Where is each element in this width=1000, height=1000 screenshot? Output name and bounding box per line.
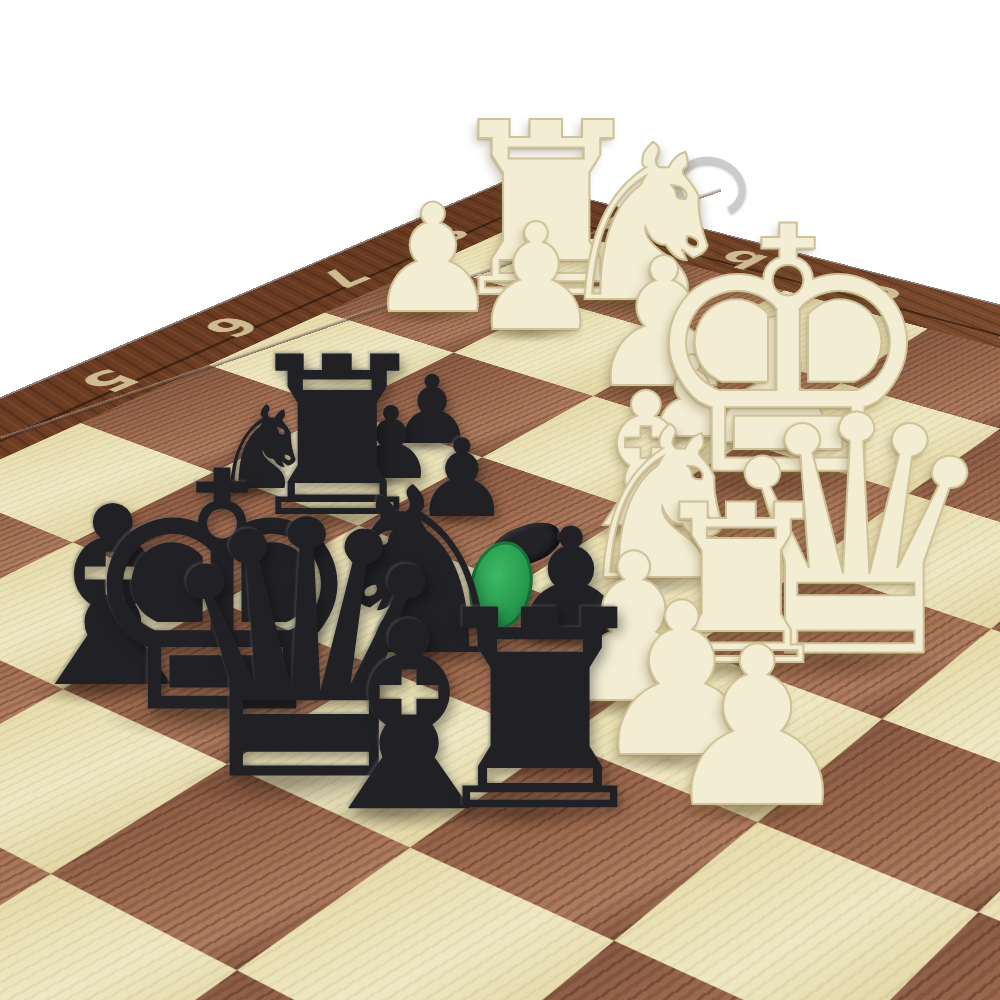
metal-clasp-icon [668, 149, 752, 225]
chessboard: 87654321abcdefgh [0, 180, 1000, 1000]
chess-set-photo: 87654321abcdefgh ♟♜♞♟♟♚♟♟♝♞♛♜♟♟♟♝♚♞♜♛♟♟♟… [0, 0, 1000, 1000]
border-groove-line [0, 208, 1000, 1000]
